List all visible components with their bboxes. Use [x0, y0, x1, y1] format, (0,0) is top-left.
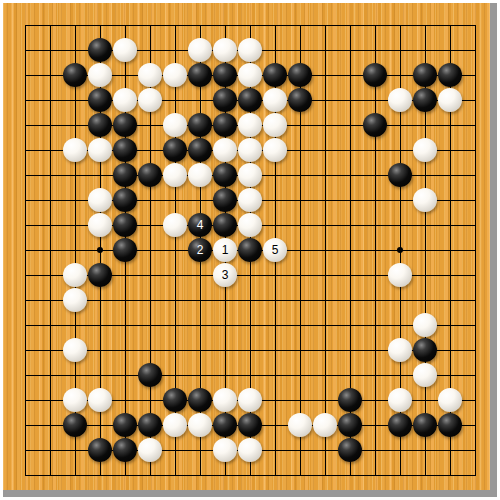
stone-black — [113, 138, 137, 162]
stone-black — [113, 188, 137, 212]
stone-white — [238, 163, 262, 187]
stone-black — [288, 88, 312, 112]
stone-white — [213, 438, 237, 462]
stone-white — [113, 38, 137, 62]
stone-white — [388, 338, 412, 362]
go-board[interactable]: 42153 — [3, 3, 497, 497]
stone-white — [413, 363, 437, 387]
stone-white — [138, 438, 162, 462]
stone-black — [288, 63, 312, 87]
stone-white — [188, 38, 212, 62]
stone-white — [388, 263, 412, 287]
stone-black — [113, 438, 137, 462]
move-number-label: 1 — [222, 244, 229, 256]
stone-black — [438, 413, 462, 437]
stone-white — [63, 263, 87, 287]
stone-white — [238, 438, 262, 462]
stone-black — [138, 163, 162, 187]
grid-line-horizontal — [25, 375, 476, 376]
stone-white — [413, 138, 437, 162]
stone-black: 2 — [188, 238, 212, 262]
stone-black — [88, 263, 112, 287]
stone-black — [213, 163, 237, 187]
stone-black — [363, 63, 387, 87]
stone-white — [113, 88, 137, 112]
stone-black — [88, 38, 112, 62]
stone-black — [88, 88, 112, 112]
stone-black — [238, 413, 262, 437]
stone-black — [213, 63, 237, 87]
stone-white — [88, 388, 112, 412]
stone-black — [388, 413, 412, 437]
stone-white — [238, 63, 262, 87]
stone-black — [113, 113, 137, 137]
stone-white — [238, 38, 262, 62]
stone-white: 5 — [263, 238, 287, 262]
stone-black — [188, 63, 212, 87]
stone-white — [88, 188, 112, 212]
grid-line-horizontal — [25, 325, 476, 326]
stone-white — [188, 413, 212, 437]
grid-line-horizontal — [25, 300, 476, 301]
stone-white — [88, 138, 112, 162]
stone-black — [263, 63, 287, 87]
stone-black — [438, 63, 462, 87]
stone-black — [138, 413, 162, 437]
stone-white — [213, 38, 237, 62]
grid-line-vertical — [325, 25, 326, 476]
stone-white — [138, 88, 162, 112]
stone-black — [113, 163, 137, 187]
stone-white — [438, 388, 462, 412]
move-number-label: 2 — [197, 244, 204, 256]
stone-black — [338, 388, 362, 412]
stone-black — [413, 88, 437, 112]
stone-white — [63, 288, 87, 312]
stone-white — [238, 188, 262, 212]
move-number-label: 4 — [197, 219, 204, 231]
stone-white — [238, 388, 262, 412]
stone-black — [363, 113, 387, 137]
stone-white — [163, 113, 187, 137]
stone-white — [63, 338, 87, 362]
stone-black — [188, 113, 212, 137]
stone-black — [213, 113, 237, 137]
stone-white — [388, 388, 412, 412]
go-board-frame: 42153 — [0, 0, 500, 500]
stone-black — [238, 88, 262, 112]
stone-white — [238, 138, 262, 162]
stone-white — [263, 138, 287, 162]
stone-white — [163, 63, 187, 87]
stone-white — [413, 188, 437, 212]
stone-white — [238, 213, 262, 237]
stone-black — [213, 413, 237, 437]
grid-line-horizontal — [25, 475, 476, 476]
stone-white — [213, 388, 237, 412]
stone-black — [338, 438, 362, 462]
grid-line-vertical — [475, 25, 476, 476]
stone-black — [163, 388, 187, 412]
stone-black — [88, 438, 112, 462]
stone-white — [88, 63, 112, 87]
stone-white — [163, 413, 187, 437]
stone-black — [63, 413, 87, 437]
stone-black — [338, 413, 362, 437]
stone-black — [113, 213, 137, 237]
stone-white: 3 — [213, 263, 237, 287]
stone-black — [63, 63, 87, 87]
stone-white — [213, 138, 237, 162]
stone-white — [138, 63, 162, 87]
stone-black — [388, 163, 412, 187]
stone-black — [238, 238, 262, 262]
stone-black — [163, 138, 187, 162]
stone-white — [163, 213, 187, 237]
star-point — [397, 247, 403, 253]
stone-black — [213, 188, 237, 212]
move-number-label: 5 — [272, 244, 279, 256]
stone-white — [63, 138, 87, 162]
stone-white — [238, 113, 262, 137]
stone-white — [188, 163, 212, 187]
stone-white — [413, 313, 437, 337]
stone-white — [313, 413, 337, 437]
stone-black — [213, 213, 237, 237]
stone-black — [138, 363, 162, 387]
stone-white — [438, 88, 462, 112]
stone-black: 4 — [188, 213, 212, 237]
stone-black — [213, 88, 237, 112]
stone-white — [88, 213, 112, 237]
stone-black — [188, 388, 212, 412]
stone-white — [263, 113, 287, 137]
stone-white — [63, 388, 87, 412]
stone-white — [163, 163, 187, 187]
stone-white — [288, 413, 312, 437]
stone-black — [88, 113, 112, 137]
stone-white: 1 — [213, 238, 237, 262]
stone-white — [263, 88, 287, 112]
stone-white — [388, 88, 412, 112]
star-point — [97, 247, 103, 253]
grid-line-vertical — [375, 25, 376, 476]
move-number-label: 3 — [222, 269, 229, 281]
stone-black — [113, 413, 137, 437]
stone-black — [113, 238, 137, 262]
stone-black — [413, 63, 437, 87]
stone-black — [413, 413, 437, 437]
stone-black — [188, 138, 212, 162]
stone-black — [413, 338, 437, 362]
